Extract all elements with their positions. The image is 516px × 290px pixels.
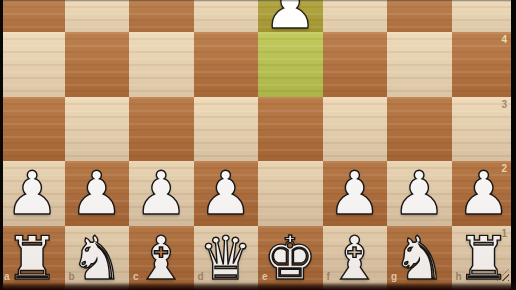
square-e4[interactable] [258, 32, 323, 97]
piece-white-pawn-b2[interactable]: ♟ [65, 161, 130, 226]
square-b2[interactable]: ♟ [65, 161, 130, 226]
coord-file-a: a [4, 271, 10, 282]
square-a5[interactable] [0, 0, 65, 32]
square-a3[interactable] [0, 97, 65, 162]
square-e1[interactable]: ♚e [258, 226, 323, 290]
coord-file-c: c [133, 271, 139, 282]
coord-file-e: e [262, 271, 268, 282]
square-b3[interactable] [65, 97, 130, 162]
board-edge-left [0, 0, 3, 290]
square-f5[interactable] [323, 0, 388, 32]
square-d1[interactable]: ♛d [194, 226, 259, 290]
coord-file-g: g [391, 271, 397, 282]
square-f3[interactable] [323, 97, 388, 162]
coord-rank-3: 3 [501, 99, 507, 110]
square-a1[interactable]: ♜a [0, 226, 65, 290]
square-e3[interactable] [258, 97, 323, 162]
square-c1[interactable]: ♝c [129, 226, 194, 290]
square-b4[interactable] [65, 32, 130, 97]
board-edge-top [0, 0, 516, 2]
square-d5[interactable] [194, 0, 259, 32]
piece-white-pawn-f2[interactable]: ♟ [323, 161, 388, 226]
square-b5[interactable] [65, 0, 130, 32]
square-d3[interactable] [194, 97, 259, 162]
square-g4[interactable] [387, 32, 452, 97]
square-h4[interactable]: 4 [452, 32, 516, 97]
piece-white-bishop-f1[interactable]: ♝ [323, 226, 388, 290]
square-h3[interactable]: 3 [452, 97, 516, 162]
piece-white-pawn-g2[interactable]: ♟ [387, 161, 452, 226]
square-d2[interactable]: ♟ [194, 161, 259, 226]
board-edge-bottom [0, 282, 516, 290]
square-g5[interactable] [387, 0, 452, 32]
chess-board-screenshot: ♟43♟♟♟♟♟♟♟2♜a♞b♝c♛d♚e♝f♞g♜h1 [0, 0, 516, 290]
square-f1[interactable]: ♝f [323, 226, 388, 290]
square-g3[interactable] [387, 97, 452, 162]
coord-file-h: h [456, 271, 462, 282]
piece-white-pawn-a2[interactable]: ♟ [0, 161, 65, 226]
square-g1[interactable]: ♞g [387, 226, 452, 290]
square-e5[interactable]: ♟ [258, 0, 323, 32]
board-grid: ♟43♟♟♟♟♟♟♟2♜a♞b♝c♛d♚e♝f♞g♜h1 [0, 0, 516, 290]
coord-file-b: b [69, 271, 75, 282]
square-c5[interactable] [129, 0, 194, 32]
coord-file-d: d [198, 271, 204, 282]
square-b1[interactable]: ♞b [65, 226, 130, 290]
square-a2[interactable]: ♟ [0, 161, 65, 226]
square-a4[interactable] [0, 32, 65, 97]
square-d4[interactable] [194, 32, 259, 97]
square-h5[interactable] [452, 0, 516, 32]
square-c3[interactable] [129, 97, 194, 162]
square-c4[interactable] [129, 32, 194, 97]
square-f2[interactable]: ♟ [323, 161, 388, 226]
piece-white-pawn-d2[interactable]: ♟ [194, 161, 259, 226]
coord-rank-1: 1 [501, 228, 507, 239]
square-e2[interactable] [258, 161, 323, 226]
square-g2[interactable]: ♟ [387, 161, 452, 226]
square-c2[interactable]: ♟ [129, 161, 194, 226]
square-h2[interactable]: ♟2 [452, 161, 516, 226]
coord-file-f: f [327, 271, 330, 282]
board-edge-right [511, 0, 516, 290]
square-f4[interactable] [323, 32, 388, 97]
coord-rank-4: 4 [501, 34, 507, 45]
coord-rank-2: 2 [501, 163, 507, 174]
piece-white-pawn-c2[interactable]: ♟ [129, 161, 194, 226]
